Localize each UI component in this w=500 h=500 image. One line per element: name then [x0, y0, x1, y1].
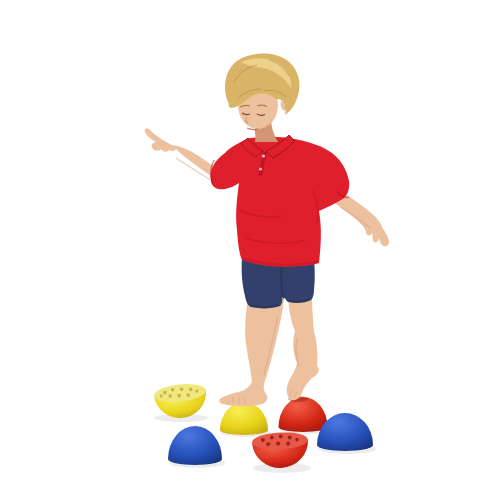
- polo-button: [259, 167, 262, 170]
- photo-illustration: [0, 0, 500, 500]
- polo-button: [262, 154, 265, 157]
- product-photo: [0, 0, 500, 500]
